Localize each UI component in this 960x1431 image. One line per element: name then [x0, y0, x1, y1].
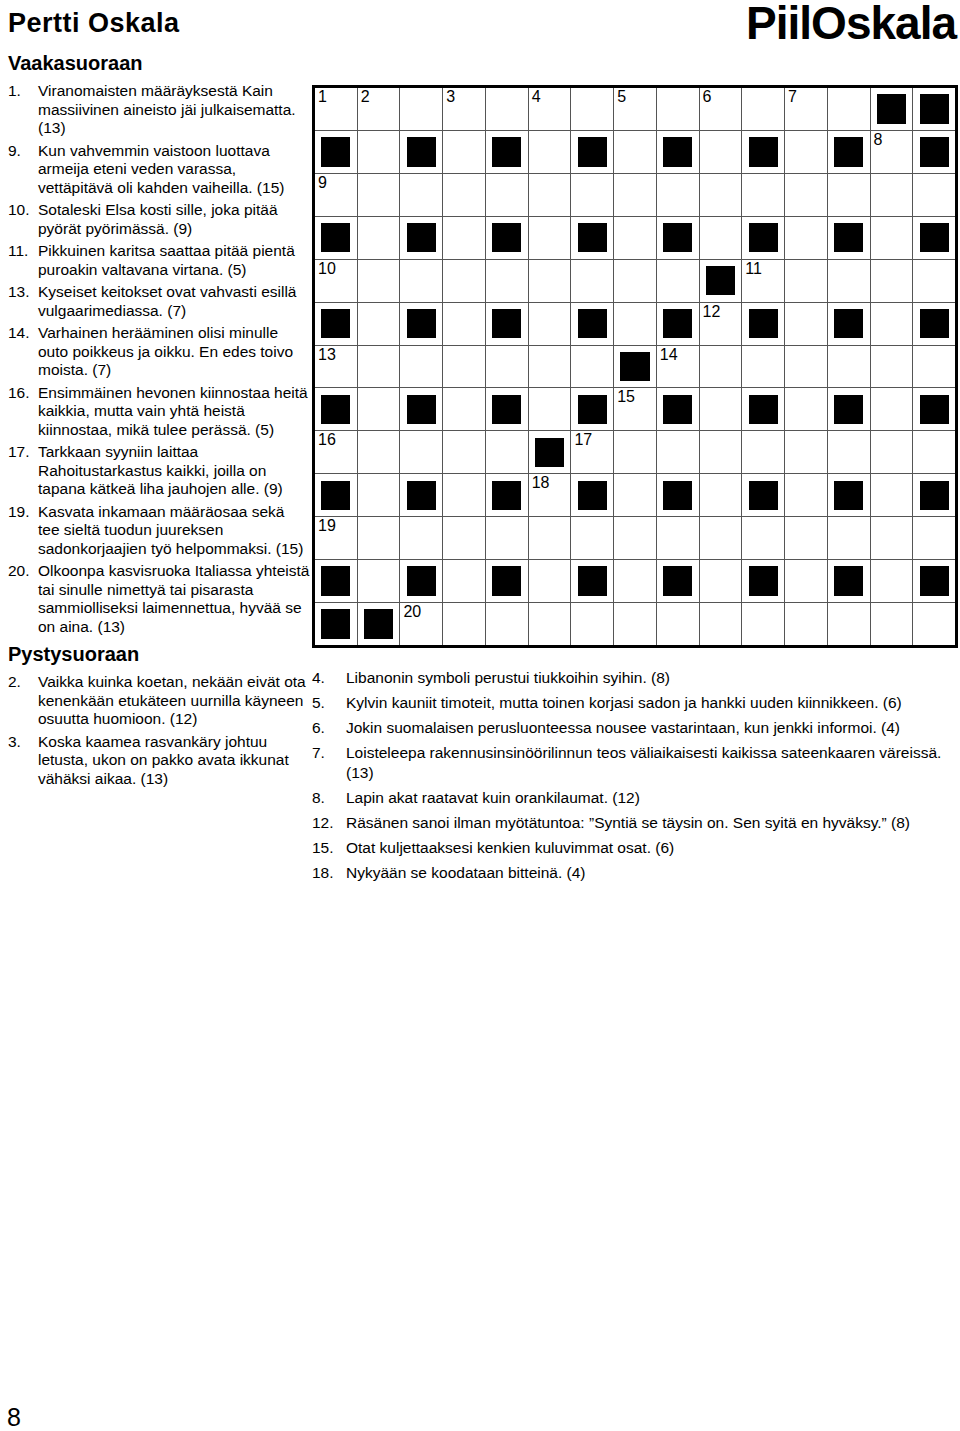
grid-cell[interactable] — [443, 346, 485, 388]
grid-cell[interactable] — [742, 603, 784, 645]
grid-cell[interactable] — [871, 431, 913, 473]
blocked-cell — [742, 560, 784, 602]
black-square — [407, 309, 436, 338]
grid-cell[interactable] — [785, 131, 827, 173]
grid-cell[interactable] — [529, 131, 571, 173]
black-square — [492, 137, 521, 166]
clue-item: 17.Tarkkaan syyniin laittaa Rahoitustark… — [8, 443, 310, 499]
clue-item: 16.Ensimmäinen hevonen kiinnostaa heitä … — [8, 384, 310, 440]
blocked-cell — [571, 560, 613, 602]
grid-cell[interactable]: 15 — [614, 388, 656, 430]
black-square — [407, 481, 436, 510]
grid-cell[interactable] — [529, 388, 571, 430]
blocked-cell — [529, 431, 571, 473]
blocked-cell — [315, 303, 357, 345]
clue-number: 11. — [8, 242, 38, 279]
grid-cell[interactable] — [657, 260, 699, 302]
grid-cell[interactable] — [785, 560, 827, 602]
grid-cell[interactable] — [358, 388, 400, 430]
grid-cell[interactable]: 11 — [742, 260, 784, 302]
grid-cell[interactable] — [443, 260, 485, 302]
clue-item: 15.Otat kuljettaaksesi kenkien kuluvimma… — [312, 838, 958, 858]
clue-item: 10.Sotaleski Elsa kosti sille, joka pitä… — [8, 201, 310, 238]
grid-cell[interactable]: 16 — [315, 431, 357, 473]
grid-cell[interactable] — [614, 217, 656, 259]
grid-cell[interactable] — [529, 260, 571, 302]
grid-cell[interactable]: 5 — [614, 88, 656, 130]
grid-cell[interactable] — [614, 431, 656, 473]
grid-cell[interactable] — [742, 88, 784, 130]
blocked-cell — [315, 560, 357, 602]
grid-cell[interactable] — [529, 560, 571, 602]
grid-cell[interactable] — [400, 346, 442, 388]
clue-number: 16. — [8, 384, 38, 440]
blocked-cell — [913, 303, 955, 345]
grid-cell[interactable] — [828, 260, 870, 302]
blocked-cell — [700, 260, 742, 302]
grid-cell[interactable] — [828, 517, 870, 559]
grid-cell[interactable] — [571, 346, 613, 388]
grid-cell[interactable] — [571, 260, 613, 302]
black-square — [535, 438, 564, 467]
grid-cell[interactable] — [700, 517, 742, 559]
grid-cell[interactable] — [486, 517, 528, 559]
grid-cell[interactable] — [657, 603, 699, 645]
grid-cell[interactable] — [742, 517, 784, 559]
cell-number: 7 — [788, 88, 797, 106]
grid-cell[interactable]: 10 — [315, 260, 357, 302]
grid-cell[interactable]: 8 — [871, 131, 913, 173]
grid-cell[interactable]: 19 — [315, 517, 357, 559]
blocked-cell — [486, 303, 528, 345]
clue-number: 12. — [312, 813, 346, 833]
grid-cell[interactable] — [529, 603, 571, 645]
blocked-cell — [657, 303, 699, 345]
grid-cell[interactable] — [913, 260, 955, 302]
clue-number: 17. — [8, 443, 38, 499]
blocked-cell — [571, 131, 613, 173]
clue-item: 7.Loisteleepa rakennusinsinöörilinnun te… — [312, 743, 958, 783]
clue-item: 3.Koska kaamea rasvankäry johtuu letusta… — [8, 733, 310, 789]
grid-cell[interactable] — [400, 88, 442, 130]
black-square — [749, 309, 778, 338]
blocked-cell — [742, 217, 784, 259]
black-square — [663, 566, 692, 595]
clue-item: 12.Räsänen sanoi ilman myötätuntoa: ”Syn… — [312, 813, 958, 833]
black-square — [492, 566, 521, 595]
grid-cell[interactable] — [358, 260, 400, 302]
grid-cell[interactable]: 3 — [443, 88, 485, 130]
black-square — [620, 352, 649, 381]
clue-text: Pikkuinen karitsa saattaa pitää pientä p… — [38, 242, 310, 279]
black-square — [834, 309, 863, 338]
black-square — [407, 566, 436, 595]
grid-cell[interactable] — [700, 560, 742, 602]
clue-item: 19.Kasvata inkamaan määräosaa sekä tee s… — [8, 503, 310, 559]
grid-cell[interactable] — [828, 603, 870, 645]
grid-cell[interactable] — [571, 517, 613, 559]
grid-cell[interactable] — [614, 174, 656, 216]
grid-cell[interactable] — [400, 260, 442, 302]
blocked-cell — [657, 131, 699, 173]
clue-item: 14.Varhainen herääminen olisi minulle ou… — [8, 324, 310, 380]
grid-cell[interactable] — [529, 303, 571, 345]
grid-cell[interactable] — [443, 560, 485, 602]
grid-cell[interactable] — [785, 260, 827, 302]
blocked-cell — [486, 388, 528, 430]
grid-cell[interactable] — [443, 131, 485, 173]
grid-cell[interactable] — [871, 217, 913, 259]
clue-text: Vaikka kuinka koetan, nekään eivät ota k… — [38, 673, 310, 729]
blocked-cell — [828, 474, 870, 516]
grid-cell[interactable] — [913, 346, 955, 388]
grid-cell[interactable] — [614, 560, 656, 602]
black-square — [663, 481, 692, 510]
grid-cell[interactable]: 17 — [571, 431, 613, 473]
black-square — [578, 223, 607, 252]
grid-cell[interactable] — [486, 88, 528, 130]
grid-cell[interactable] — [700, 431, 742, 473]
black-square — [834, 566, 863, 595]
grid-cell[interactable] — [443, 431, 485, 473]
clue-text: Koska kaamea rasvankäry johtuu letusta, … — [38, 733, 310, 789]
blocked-cell — [400, 303, 442, 345]
blocked-cell — [486, 560, 528, 602]
cell-number: 9 — [318, 174, 327, 192]
black-square — [492, 309, 521, 338]
grid-cell[interactable] — [657, 431, 699, 473]
blocked-cell — [742, 388, 784, 430]
grid-cell[interactable] — [358, 131, 400, 173]
down-continued-clue-list: 4.Libanonin symboli perustui tiukkoihin … — [312, 668, 958, 888]
grid-cell[interactable] — [828, 431, 870, 473]
grid-cell[interactable] — [871, 388, 913, 430]
grid-cell[interactable] — [700, 388, 742, 430]
grid-cell[interactable] — [742, 174, 784, 216]
grid-cell[interactable] — [443, 174, 485, 216]
grid-cell[interactable] — [614, 260, 656, 302]
clue-number: 13. — [8, 283, 38, 320]
grid-cell[interactable]: 14 — [657, 346, 699, 388]
crossword-grid-frame: 1234567891011121314151617181920 — [312, 85, 958, 648]
clue-text: Tarkkaan syyniin laittaa Rahoitustarkast… — [38, 443, 310, 499]
cell-number: 19 — [318, 517, 336, 535]
grid-cell[interactable] — [700, 474, 742, 516]
clue-number: 6. — [312, 718, 346, 738]
crossword-grid: 1234567891011121314151617181920 — [315, 88, 955, 645]
clue-item: 13.Kyseiset keitokset ovat vahvasti esil… — [8, 283, 310, 320]
grid-cell[interactable]: 4 — [529, 88, 571, 130]
blocked-cell — [742, 131, 784, 173]
clue-text: Jokin suomalaisen perusluonteessa nousee… — [346, 718, 958, 738]
grid-cell[interactable] — [785, 431, 827, 473]
black-square — [749, 481, 778, 510]
grid-cell[interactable] — [614, 517, 656, 559]
grid-cell[interactable] — [358, 517, 400, 559]
blocked-cell — [315, 388, 357, 430]
grid-cell[interactable] — [913, 431, 955, 473]
grid-cell[interactable] — [828, 346, 870, 388]
black-square — [706, 266, 735, 295]
grid-cell[interactable] — [486, 603, 528, 645]
blocked-cell — [828, 303, 870, 345]
cell-number: 10 — [318, 260, 336, 278]
blocked-cell — [315, 603, 357, 645]
blocked-cell — [315, 131, 357, 173]
grid-cell[interactable] — [443, 217, 485, 259]
black-square — [578, 566, 607, 595]
cell-number: 13 — [318, 346, 336, 364]
grid-cell[interactable] — [358, 474, 400, 516]
clue-item: 1.Viranomaisten määräyksestä Kain massii… — [8, 82, 310, 138]
across-heading: Vaakasuoraan — [8, 52, 310, 75]
puzzle-logo: PiilOskala — [746, 0, 956, 50]
clue-number: 9. — [8, 142, 38, 198]
grid-cell[interactable] — [358, 217, 400, 259]
blocked-cell — [571, 474, 613, 516]
blocked-cell — [913, 388, 955, 430]
blocked-cell — [614, 346, 656, 388]
black-square — [492, 395, 521, 424]
black-square — [407, 137, 436, 166]
clue-number: 2. — [8, 673, 38, 729]
cell-number: 5 — [617, 88, 626, 106]
black-square — [364, 609, 393, 638]
across-clue-list: 1.Viranomaisten määräyksestä Kain massii… — [8, 82, 310, 636]
cell-number: 8 — [874, 131, 883, 149]
grid-cell[interactable] — [657, 88, 699, 130]
cell-number: 3 — [446, 88, 455, 106]
black-square — [578, 309, 607, 338]
black-square — [834, 223, 863, 252]
blocked-cell — [913, 88, 955, 130]
clue-item: 20.Olkoonpa kasvisruoka Italiassa yhteis… — [8, 562, 310, 636]
clue-text: Otat kuljettaaksesi kenkien kuluvimmat o… — [346, 838, 958, 858]
clue-text: Loisteleepa rakennusinsinöörilinnun teos… — [346, 743, 958, 783]
grid-cell[interactable] — [529, 174, 571, 216]
clue-number: 4. — [312, 668, 346, 688]
grid-cell[interactable] — [486, 346, 528, 388]
grid-cell[interactable] — [785, 388, 827, 430]
grid-cell[interactable] — [443, 388, 485, 430]
down-clue-list: 2.Vaikka kuinka koetan, nekään eivät ota… — [8, 673, 310, 788]
clue-text: Kylvin kauniit timoteit, mutta toinen ko… — [346, 693, 958, 713]
grid-cell[interactable]: 1 — [315, 88, 357, 130]
grid-cell[interactable] — [913, 174, 955, 216]
black-square — [663, 137, 692, 166]
grid-cell[interactable] — [358, 303, 400, 345]
grid-cell[interactable] — [871, 603, 913, 645]
black-square — [492, 481, 521, 510]
grid-cell[interactable] — [913, 517, 955, 559]
black-square — [663, 309, 692, 338]
clue-text: Ensimmäinen hevonen kiinnostaa heitä kai… — [38, 384, 310, 440]
grid-cell[interactable] — [614, 474, 656, 516]
black-square — [578, 481, 607, 510]
black-square — [321, 395, 350, 424]
black-square — [321, 609, 350, 638]
black-square — [920, 309, 949, 338]
blocked-cell — [913, 474, 955, 516]
clue-item: 6.Jokin suomalaisen perusluonteessa nous… — [312, 718, 958, 738]
grid-cell[interactable] — [785, 346, 827, 388]
grid-cell[interactable]: 9 — [315, 174, 357, 216]
cell-number: 20 — [403, 603, 421, 621]
grid-cell[interactable] — [571, 174, 613, 216]
black-square — [749, 223, 778, 252]
clue-text: Olkoonpa kasvisruoka Italiassa yhteistä … — [38, 562, 310, 636]
grid-cell[interactable] — [700, 131, 742, 173]
clue-text: Lapin akat raatavat kuin orankilaumat. (… — [346, 788, 958, 808]
blocked-cell — [657, 560, 699, 602]
clue-item: 11.Pikkuinen karitsa saattaa pitää pient… — [8, 242, 310, 279]
blocked-cell — [400, 474, 442, 516]
grid-cell[interactable] — [358, 346, 400, 388]
blocked-cell — [828, 131, 870, 173]
grid-cell[interactable] — [358, 431, 400, 473]
clue-number: 1. — [8, 82, 38, 138]
clue-number: 20. — [8, 562, 38, 636]
grid-cell[interactable] — [700, 346, 742, 388]
grid-cell[interactable] — [785, 517, 827, 559]
page-number: 8 — [7, 1403, 21, 1431]
black-square — [749, 566, 778, 595]
blocked-cell — [828, 560, 870, 602]
blocked-cell — [913, 560, 955, 602]
grid-cell[interactable] — [700, 217, 742, 259]
clue-text: Räsänen sanoi ilman myötätuntoa: ”Syntiä… — [346, 813, 958, 833]
black-square — [834, 481, 863, 510]
blocked-cell — [486, 217, 528, 259]
black-square — [407, 395, 436, 424]
grid-cell[interactable] — [614, 603, 656, 645]
grid-cell[interactable]: 13 — [315, 346, 357, 388]
grid-cell[interactable] — [657, 174, 699, 216]
grid-cell[interactable]: 7 — [785, 88, 827, 130]
grid-cell[interactable] — [571, 603, 613, 645]
grid-cell[interactable] — [400, 431, 442, 473]
black-square — [578, 137, 607, 166]
blocked-cell — [828, 388, 870, 430]
cell-number: 4 — [532, 88, 541, 106]
grid-cell[interactable] — [742, 431, 784, 473]
clue-number: 18. — [312, 863, 346, 883]
grid-cell[interactable] — [871, 517, 913, 559]
grid-cell[interactable] — [443, 603, 485, 645]
clue-number: 5. — [312, 693, 346, 713]
grid-cell[interactable] — [785, 603, 827, 645]
clue-number: 8. — [312, 788, 346, 808]
grid-cell[interactable] — [358, 174, 400, 216]
grid-cell[interactable] — [785, 474, 827, 516]
cell-number: 18 — [532, 474, 550, 492]
grid-cell[interactable] — [614, 303, 656, 345]
grid-cell[interactable] — [828, 88, 870, 130]
cell-number: 2 — [361, 88, 370, 106]
clue-item: 2.Vaikka kuinka koetan, nekään eivät ota… — [8, 673, 310, 729]
grid-cell[interactable] — [529, 517, 571, 559]
grid-cell[interactable] — [443, 517, 485, 559]
grid-cell[interactable] — [785, 303, 827, 345]
blocked-cell — [400, 131, 442, 173]
grid-cell[interactable] — [400, 517, 442, 559]
black-square — [321, 481, 350, 510]
grid-cell[interactable] — [529, 217, 571, 259]
cell-number: 11 — [745, 260, 762, 278]
blocked-cell — [358, 603, 400, 645]
grid-cell[interactable] — [400, 174, 442, 216]
grid-cell[interactable] — [871, 346, 913, 388]
black-square — [321, 309, 350, 338]
grid-cell[interactable] — [486, 431, 528, 473]
blocked-cell — [486, 131, 528, 173]
black-square — [321, 566, 350, 595]
clue-number: 19. — [8, 503, 38, 559]
clue-text: Viranomaisten määräyksestä Kain massiivi… — [38, 82, 310, 138]
black-square — [749, 395, 778, 424]
black-square — [920, 481, 949, 510]
grid-cell[interactable] — [614, 131, 656, 173]
cell-number: 12 — [703, 303, 721, 321]
grid-cell[interactable] — [529, 346, 571, 388]
grid-cell[interactable] — [913, 603, 955, 645]
black-square — [920, 395, 949, 424]
blocked-cell — [871, 88, 913, 130]
blocked-cell — [657, 474, 699, 516]
grid-cell[interactable] — [486, 174, 528, 216]
grid-cell[interactable]: 12 — [700, 303, 742, 345]
grid-cell[interactable] — [785, 174, 827, 216]
grid-cell[interactable] — [700, 174, 742, 216]
clue-text: Kun vahvemmin vaistoon luottava armeija … — [38, 142, 310, 198]
grid-cell[interactable] — [871, 260, 913, 302]
grid-cell[interactable] — [358, 560, 400, 602]
left-clue-column: Vaakasuoraan 1.Viranomaisten määräyksest… — [8, 52, 310, 792]
author-title: Pertti Oskala — [8, 8, 180, 39]
grid-cell[interactable] — [443, 474, 485, 516]
cell-number: 15 — [617, 388, 635, 406]
cell-number: 6 — [703, 88, 712, 106]
grid-cell[interactable] — [785, 217, 827, 259]
grid-cell[interactable] — [700, 603, 742, 645]
blocked-cell — [742, 474, 784, 516]
grid-cell[interactable] — [871, 474, 913, 516]
black-square — [321, 137, 350, 166]
black-square — [877, 94, 906, 123]
grid-cell[interactable]: 6 — [700, 88, 742, 130]
cell-number: 1 — [318, 88, 327, 106]
grid-cell[interactable] — [871, 560, 913, 602]
grid-cell[interactable] — [443, 303, 485, 345]
black-square — [920, 94, 949, 123]
grid-cell[interactable] — [571, 88, 613, 130]
grid-cell[interactable] — [486, 260, 528, 302]
clue-text: Sotaleski Elsa kosti sille, joka pitää p… — [38, 201, 310, 238]
cell-number: 14 — [660, 346, 678, 364]
blocked-cell — [315, 217, 357, 259]
grid-cell[interactable] — [871, 303, 913, 345]
grid-cell[interactable]: 18 — [529, 474, 571, 516]
grid-cell[interactable] — [657, 517, 699, 559]
black-square — [492, 223, 521, 252]
grid-cell[interactable]: 2 — [358, 88, 400, 130]
blocked-cell — [571, 388, 613, 430]
grid-cell[interactable] — [871, 174, 913, 216]
grid-cell[interactable]: 20 — [400, 603, 442, 645]
black-square — [663, 395, 692, 424]
grid-cell[interactable] — [742, 346, 784, 388]
grid-cell[interactable] — [828, 174, 870, 216]
